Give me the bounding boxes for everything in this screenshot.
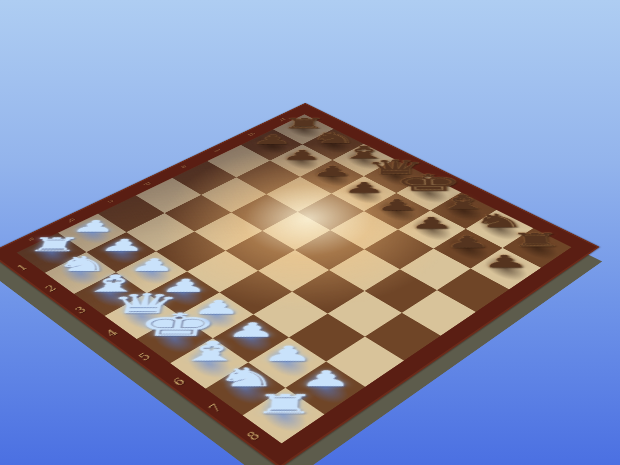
pawn-glyph: ♟: [310, 164, 353, 178]
rook-glyph: ♜: [508, 230, 564, 249]
pawn-glyph: ♟: [69, 218, 120, 234]
pawn-glyph: ♟: [342, 180, 386, 194]
pawn-glyph: ♟: [98, 237, 149, 254]
perspective-scene: 12345678abcdefgh ♜♞♝♛♚♝♞♜♟♟♟♟♟♟♟♟♟♟♟♟♟♟♟…: [0, 0, 620, 465]
chess-3d-scene: 12345678abcdefgh ♜♞♝♛♚♝♞♜♟♟♟♟♟♟♟♟♟♟♟♟♟♟♟…: [0, 0, 620, 465]
pawn-glyph: ♟: [444, 233, 492, 249]
pawn-glyph: ♟: [409, 215, 455, 231]
pawn-glyph: ♟: [280, 148, 323, 161]
pawn-glyph: ♟: [251, 133, 294, 146]
knight-glyph: ♞: [471, 211, 527, 230]
pawn-glyph: ♟: [375, 197, 420, 212]
bishop-glyph: ♝: [433, 192, 492, 212]
chess-board: 12345678abcdefgh ♜♞♝♛♚♝♞♜♟♟♟♟♟♟♟♟♟♟♟♟♟♟♟…: [0, 103, 600, 465]
